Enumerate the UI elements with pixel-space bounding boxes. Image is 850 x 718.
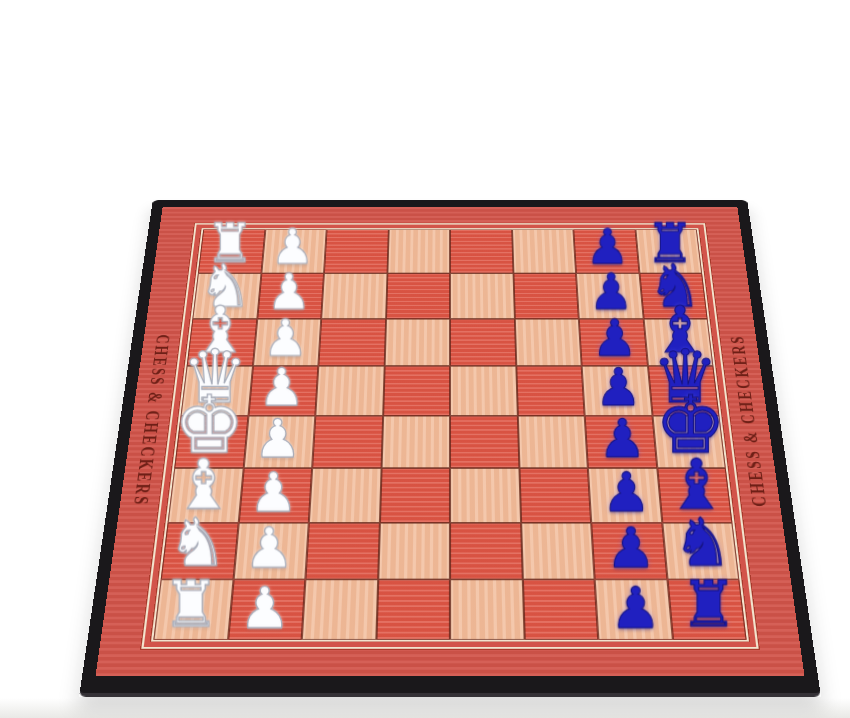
blue-pawn: ♟ [586,222,629,270]
blue-pawn: ♟ [606,521,656,577]
board-stage: CHESS & CHECKERS CHESS & CHECKERS ♜♟♟♜♞♟… [120,91,780,718]
blue-pawn: ♟ [602,465,651,519]
square-r4c2: ♟ [248,366,318,416]
square-r3c1: ♝ [187,319,257,367]
square-r1c2: ♟ [261,230,327,274]
square-r2c5 [450,273,514,318]
squares-grid: ♜♟♟♜♞♟♟♞♝♟♟♝♛♟♟♛♚♟♟♚♝♟♟♝♞♟♟♞♜♟♟♜ [151,228,749,641]
pinstripe-frame: ♜♟♟♜♞♟♟♞♝♟♟♝♛♟♟♛♚♟♟♚♝♟♟♝♞♟♟♞♜♟♟♜ [141,223,758,648]
clear-rook: ♜ [162,573,219,637]
square-r1c5 [450,230,513,274]
square-r1c7: ♟ [573,230,639,274]
square-r5c7: ♟ [585,416,657,468]
clear-pawn: ♟ [259,361,305,413]
clear-pawn: ♟ [245,521,295,577]
square-r4c3 [315,366,384,416]
square-r6c1: ♝ [168,468,244,523]
square-r6c8: ♝ [657,468,733,523]
square-r6c7: ♟ [588,468,662,523]
clear-pawn: ♟ [254,412,302,465]
clear-pawn: ♟ [249,465,298,519]
square-r5c5 [450,416,519,468]
square-r6c6 [519,468,591,523]
board-border-band: CHESS & CHECKERS CHESS & CHECKERS ♜♟♟♜♞♟… [95,207,804,676]
square-r7c3 [305,522,379,579]
square-r1c1: ♜ [198,230,265,274]
blue-pawn: ♟ [589,266,633,316]
square-r5c2: ♟ [243,416,315,468]
square-r4c8: ♛ [647,366,719,416]
clear-pawn: ♟ [271,222,314,270]
square-r3c7: ♟ [579,319,648,367]
square-r3c2: ♟ [253,319,322,367]
square-r8c5 [450,580,524,640]
clear-pawn: ♟ [239,579,290,636]
square-r7c7: ♟ [591,522,667,579]
square-r3c6 [514,319,581,367]
square-r4c4 [383,366,450,416]
square-r5c1: ♚ [174,416,248,468]
square-r2c3 [321,273,387,318]
square-r8c2: ♟ [228,580,306,640]
clear-rook: ♜ [206,216,254,270]
square-r5c3 [312,416,383,468]
square-r5c4 [381,416,450,468]
square-r2c1: ♞ [192,273,261,318]
square-r8c4 [376,580,450,640]
blue-rook: ♜ [681,573,738,637]
blue-pawn: ♟ [592,313,637,364]
square-r1c8: ♜ [635,230,702,274]
square-r7c2: ♟ [233,522,309,579]
square-r7c5 [450,522,522,579]
square-r3c8: ♝ [643,319,713,367]
board-rim: CHESS & CHECKERS CHESS & CHECKERS ♜♟♟♜♞♟… [79,200,821,697]
clear-pawn: ♟ [263,313,308,364]
square-r3c3 [318,319,385,367]
blue-pawn: ♟ [610,579,661,636]
blue-knight: ♞ [673,510,732,576]
square-r1c3 [324,230,388,274]
square-r6c2: ♟ [238,468,312,523]
square-r4c1: ♛ [181,366,253,416]
blue-king: ♚ [655,385,726,465]
square-r6c3 [309,468,381,523]
square-r6c5 [450,468,521,523]
square-r4c5 [450,366,517,416]
square-r8c6 [522,580,598,640]
blue-pawn: ♟ [598,412,646,465]
square-r3c4 [384,319,450,367]
square-r7c4 [378,522,450,579]
square-r2c6 [513,273,579,318]
square-r1c6 [512,230,576,274]
chess-checkers-board: CHESS & CHECKERS CHESS & CHECKERS ♜♟♟♜♞♟… [79,200,821,697]
square-r2c4 [386,273,450,318]
square-r2c7: ♟ [576,273,643,318]
square-r8c1: ♜ [153,580,233,640]
square-r5c8: ♚ [652,416,726,468]
square-r7c1: ♞ [161,522,239,579]
clear-pawn: ♟ [267,266,311,316]
blue-rook: ♜ [646,216,694,270]
square-r6c4 [379,468,450,523]
square-r1c4 [387,230,450,274]
square-r8c3 [302,580,378,640]
product-photo: CHESS & CHECKERS CHESS & CHECKERS ♜♟♟♜♞♟… [0,0,850,718]
square-r2c2: ♟ [257,273,324,318]
square-r4c7: ♟ [582,366,652,416]
square-r3c5 [450,319,516,367]
square-r2c8: ♞ [639,273,708,318]
square-r5c6 [517,416,588,468]
square-r8c7: ♟ [595,580,673,640]
square-r7c6 [521,522,595,579]
square-r7c8: ♞ [662,522,740,579]
square-r8c8: ♜ [667,580,747,640]
clear-king: ♚ [173,385,244,465]
blue-pawn: ♟ [595,361,641,413]
square-r4c6 [516,366,585,416]
clear-knight: ♞ [167,510,226,576]
